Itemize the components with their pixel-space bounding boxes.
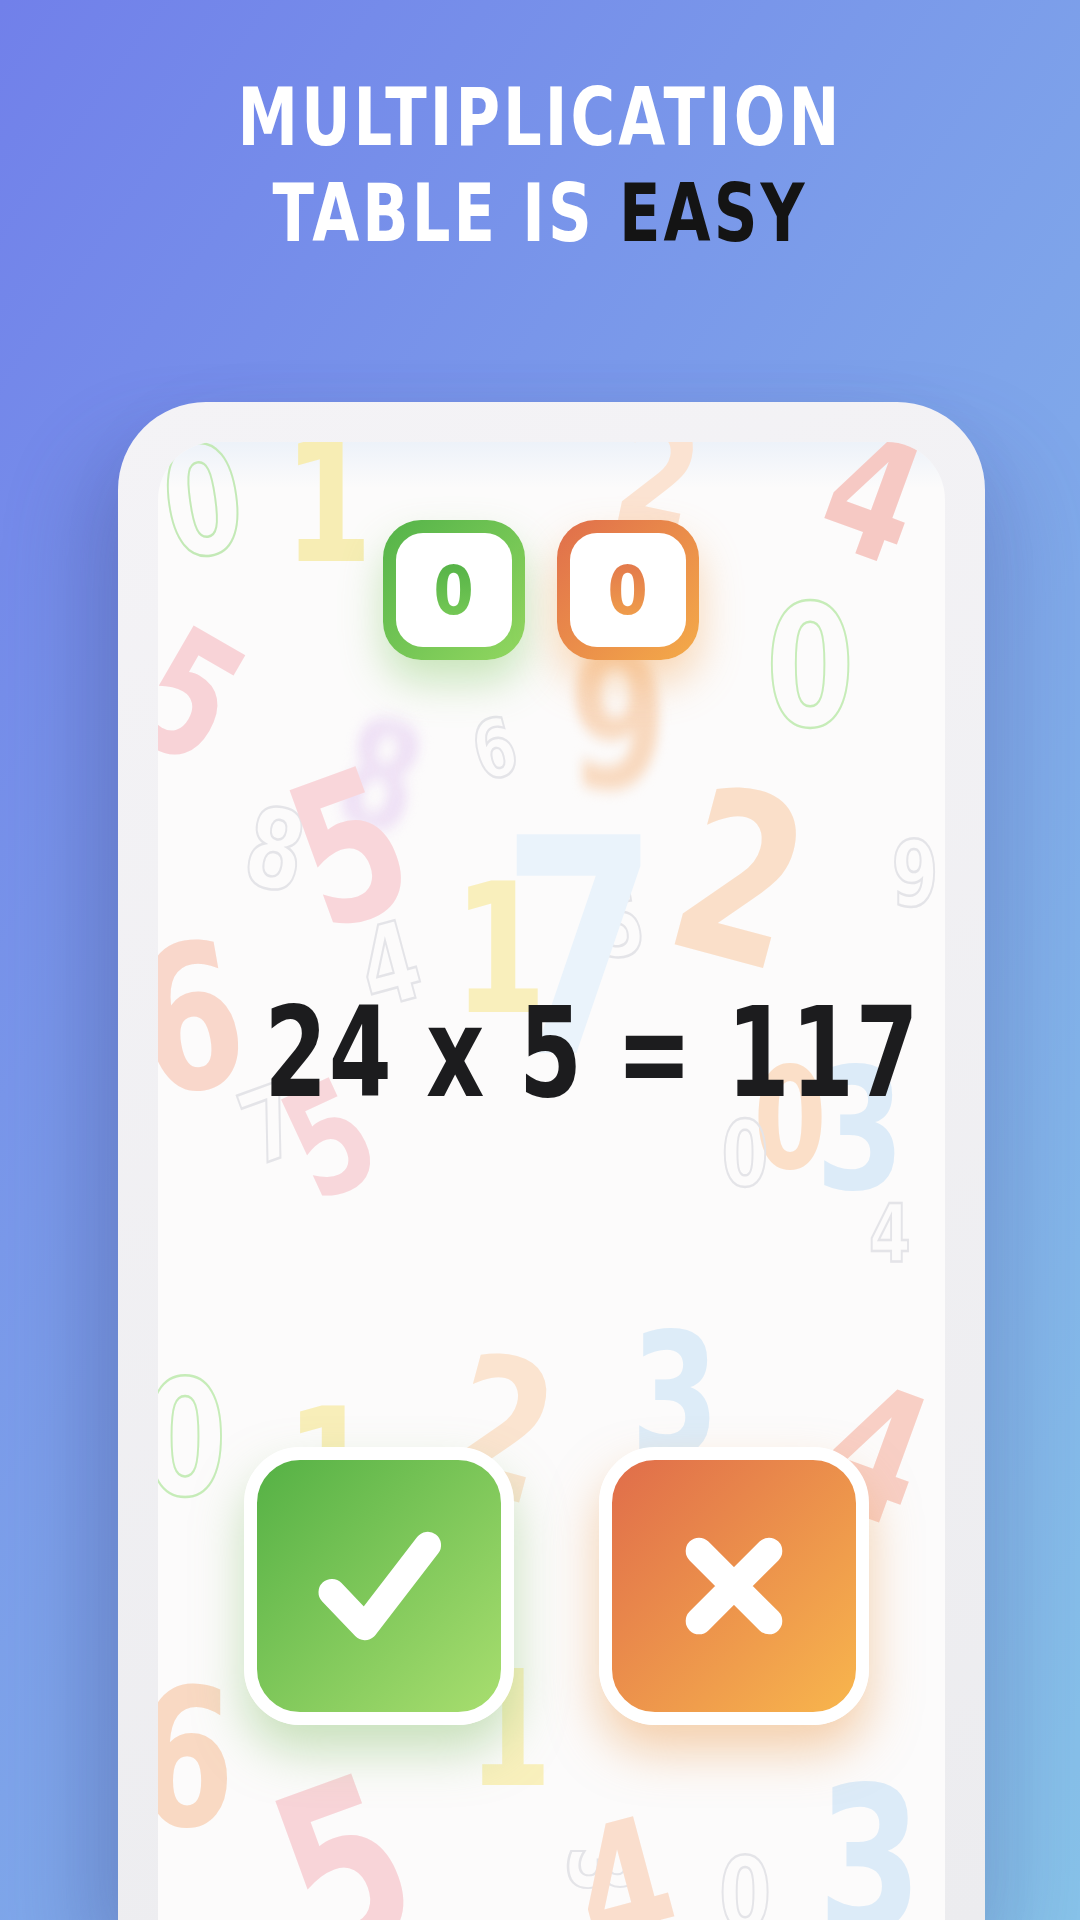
bg-digit: 4 <box>556 1791 693 1920</box>
check-icon <box>300 1520 458 1652</box>
bg-digit: 6 <box>158 1665 235 1855</box>
correct-score-counter: 0 <box>383 520 525 660</box>
correct-score-counter-face: 0 <box>396 533 512 647</box>
bg-digit: 0 <box>158 442 252 582</box>
false-answer-button[interactable] <box>599 1447 869 1725</box>
bg-digit: 5 <box>249 1741 440 1920</box>
bg-digit: 3 <box>555 1847 645 1894</box>
wrong-score-value: 0 <box>608 551 648 630</box>
bg-digit: 9 <box>892 830 939 920</box>
bg-digit: 8 <box>237 791 313 909</box>
bg-digit: 0 <box>766 582 855 752</box>
bg-digit: 4 <box>869 1195 911 1275</box>
bg-digit: 6 <box>464 706 525 794</box>
equation-text: 24 x 5 = 117 <box>264 984 839 1122</box>
title-line-2: TABLE IS EASY <box>130 166 951 262</box>
bg-digit: 0 <box>719 1845 771 1920</box>
app-promo-screen: MULTIPLICATION TABLE IS EASY 01240985685… <box>0 0 1080 1920</box>
title-line-1: MULTIPLICATION <box>130 70 951 166</box>
correct-score-value: 0 <box>434 551 474 630</box>
bg-digit: 5 <box>267 738 433 962</box>
true-answer-button[interactable] <box>244 1447 514 1725</box>
title-line-2-prefix: TABLE IS <box>272 167 619 260</box>
phone-mockup-frame: 012409856852951476050374123406153403 0 0… <box>118 402 985 1920</box>
game-screen: 012409856852951476050374123406153403 0 0… <box>158 442 945 1920</box>
bg-digit: 8 <box>323 694 437 859</box>
bg-digit: 5 <box>589 877 651 974</box>
bg-digit: 0 <box>158 1360 227 1520</box>
wrong-score-counter-face: 0 <box>570 533 686 647</box>
cross-icon <box>664 1516 804 1656</box>
bg-digit: 4 <box>802 442 944 592</box>
bg-digit: 2 <box>652 753 827 1006</box>
title-line-2-highlight: EASY <box>619 167 808 260</box>
bg-digit: 3 <box>818 1760 922 1920</box>
bg-digit: 1 <box>284 442 373 587</box>
bg-digit: 6 <box>158 912 259 1127</box>
wrong-score-counter: 0 <box>557 520 699 660</box>
bg-digit: 5 <box>158 601 269 793</box>
page-title: MULTIPLICATION TABLE IS EASY <box>0 70 1080 262</box>
